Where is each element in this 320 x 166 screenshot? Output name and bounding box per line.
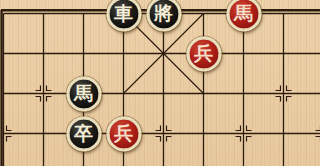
xiangqi-board[interactable]: 車將馬兵馬卒兵 (0, 0, 320, 166)
piece-black-horse[interactable]: 馬 (66, 76, 101, 111)
piece-glyph: 兵 (114, 124, 133, 143)
piece-red-soldier-2[interactable]: 兵 (106, 116, 141, 151)
piece-black-soldier[interactable]: 卒 (66, 116, 101, 151)
piece-red-soldier-1[interactable]: 兵 (186, 36, 221, 71)
piece-glyph: 兵 (194, 44, 213, 63)
piece-glyph: 卒 (74, 124, 93, 143)
piece-glyph: 馬 (74, 84, 93, 103)
piece-glyph: 將 (154, 4, 173, 23)
piece-glyph: 馬 (234, 4, 253, 23)
piece-glyph: 車 (114, 4, 133, 23)
